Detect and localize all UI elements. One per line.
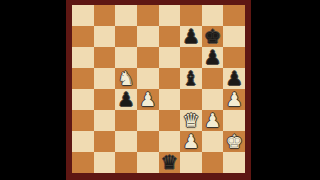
square-c5[interactable]: ♞ — [115, 68, 137, 89]
square-h7[interactable] — [223, 26, 245, 47]
square-e3[interactable] — [159, 110, 181, 131]
square-c1[interactable] — [115, 152, 137, 173]
square-a6[interactable] — [72, 47, 94, 68]
square-h1[interactable] — [223, 152, 245, 173]
square-f4[interactable] — [180, 89, 202, 110]
square-e5[interactable] — [159, 68, 181, 89]
square-b1[interactable] — [94, 152, 116, 173]
square-b5[interactable] — [94, 68, 116, 89]
square-b6[interactable] — [94, 47, 116, 68]
square-e6[interactable] — [159, 47, 181, 68]
video-frame: ♟♚♟♞♝♟♟♟♟♛♟♟♚♛ — [0, 0, 320, 180]
square-b7[interactable] — [94, 26, 116, 47]
black-pawn-piece: ♟ — [223, 68, 245, 89]
square-c3[interactable] — [115, 110, 137, 131]
square-d1[interactable] — [137, 152, 159, 173]
square-f8[interactable] — [180, 5, 202, 26]
square-c6[interactable] — [115, 47, 137, 68]
square-a5[interactable] — [72, 68, 94, 89]
square-g5[interactable] — [202, 68, 224, 89]
square-h8[interactable] — [223, 5, 245, 26]
square-e1[interactable]: ♛ — [159, 152, 181, 173]
square-g4[interactable] — [202, 89, 224, 110]
black-pawn-piece: ♟ — [180, 26, 202, 47]
square-g2[interactable] — [202, 131, 224, 152]
white-pawn-piece: ♟ — [202, 110, 224, 131]
square-a1[interactable] — [72, 152, 94, 173]
white-knight-piece: ♞ — [115, 68, 137, 89]
square-f5[interactable]: ♝ — [180, 68, 202, 89]
square-f2[interactable]: ♟ — [180, 131, 202, 152]
square-d3[interactable] — [137, 110, 159, 131]
square-b3[interactable] — [94, 110, 116, 131]
square-d6[interactable] — [137, 47, 159, 68]
square-c8[interactable] — [115, 5, 137, 26]
square-g7[interactable]: ♚ — [202, 26, 224, 47]
square-f6[interactable] — [180, 47, 202, 68]
square-h3[interactable] — [223, 110, 245, 131]
black-pawn-piece: ♟ — [202, 47, 224, 68]
square-g8[interactable] — [202, 5, 224, 26]
square-e8[interactable] — [159, 5, 181, 26]
square-d7[interactable] — [137, 26, 159, 47]
square-g1[interactable] — [202, 152, 224, 173]
square-g6[interactable]: ♟ — [202, 47, 224, 68]
square-d8[interactable] — [137, 5, 159, 26]
square-e2[interactable] — [159, 131, 181, 152]
square-a7[interactable] — [72, 26, 94, 47]
square-c4[interactable]: ♟ — [115, 89, 137, 110]
square-a2[interactable] — [72, 131, 94, 152]
square-d5[interactable] — [137, 68, 159, 89]
square-b2[interactable] — [94, 131, 116, 152]
black-king-piece: ♚ — [202, 26, 224, 47]
chess-board-grid: ♟♚♟♞♝♟♟♟♟♛♟♟♚♛ — [72, 5, 245, 173]
white-king-piece: ♚ — [223, 131, 245, 152]
square-h2[interactable]: ♚ — [223, 131, 245, 152]
square-f3[interactable]: ♛ — [180, 110, 202, 131]
black-queen-piece: ♛ — [159, 152, 181, 173]
square-b8[interactable] — [94, 5, 116, 26]
white-pawn-piece: ♟ — [223, 89, 245, 110]
square-a4[interactable] — [72, 89, 94, 110]
white-pawn-piece: ♟ — [180, 131, 202, 152]
square-e7[interactable] — [159, 26, 181, 47]
square-e4[interactable] — [159, 89, 181, 110]
square-f7[interactable]: ♟ — [180, 26, 202, 47]
black-pawn-piece: ♟ — [115, 89, 137, 110]
square-f1[interactable] — [180, 152, 202, 173]
chess-board: ♟♚♟♞♝♟♟♟♟♛♟♟♚♛ — [66, 0, 251, 180]
white-queen-piece: ♛ — [180, 110, 202, 131]
square-g3[interactable]: ♟ — [202, 110, 224, 131]
square-h6[interactable] — [223, 47, 245, 68]
square-c7[interactable] — [115, 26, 137, 47]
square-a8[interactable] — [72, 5, 94, 26]
square-a3[interactable] — [72, 110, 94, 131]
square-d4[interactable]: ♟ — [137, 89, 159, 110]
white-pawn-piece: ♟ — [137, 89, 159, 110]
square-d2[interactable] — [137, 131, 159, 152]
square-h5[interactable]: ♟ — [223, 68, 245, 89]
square-c2[interactable] — [115, 131, 137, 152]
square-h4[interactable]: ♟ — [223, 89, 245, 110]
black-bishop-piece: ♝ — [180, 68, 202, 89]
square-b4[interactable] — [94, 89, 116, 110]
